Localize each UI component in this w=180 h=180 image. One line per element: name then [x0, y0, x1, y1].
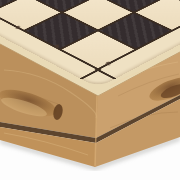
product-photo: ♞♞♞: [0, 0, 180, 180]
frame-corner-line: [80, 68, 102, 79]
knight-stamp: ♞: [102, 60, 115, 67]
